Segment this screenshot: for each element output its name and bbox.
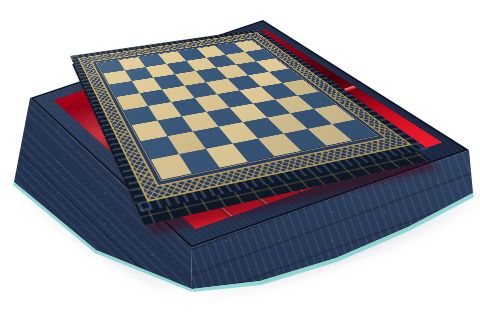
board-squares-grid bbox=[97, 40, 375, 179]
field-hairline bbox=[96, 40, 379, 182]
scene bbox=[0, 0, 480, 312]
